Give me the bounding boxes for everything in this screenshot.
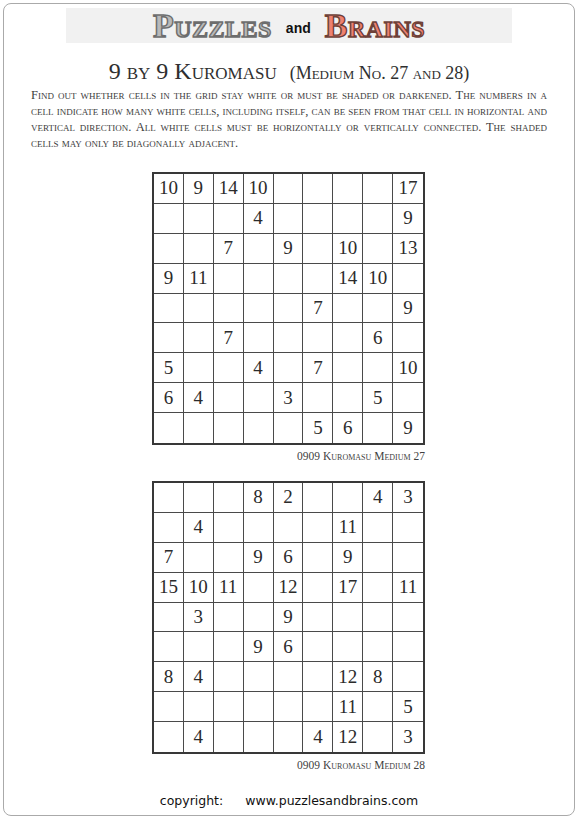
cell[interactable]: 4 [184,722,214,752]
cell[interactable] [184,234,214,264]
cell[interactable] [393,603,423,633]
cell[interactable] [363,204,393,234]
cell[interactable] [393,632,423,662]
cell[interactable] [244,513,274,543]
cell[interactable]: 4 [363,483,393,513]
footer: copyright: www.puzzlesandbrains.com [0,793,578,808]
cell[interactable]: 3 [274,383,304,413]
cell[interactable]: 17 [333,573,363,603]
cell[interactable] [214,603,244,633]
cell[interactable]: 11 [393,573,423,603]
cell[interactable]: 9 [393,294,423,324]
cell[interactable] [363,543,393,573]
cell[interactable]: 10 [333,234,363,264]
copyright-label: copyright: [160,793,223,808]
cell[interactable]: 6 [333,413,363,443]
cell[interactable] [214,483,244,513]
cell[interactable]: 8 [154,662,184,692]
website-link[interactable]: www.puzzlesandbrains.com [245,793,418,808]
cell[interactable] [154,294,184,324]
cell[interactable] [303,174,333,204]
cell[interactable]: 3 [393,483,423,513]
cell[interactable]: 12 [333,662,363,692]
cell[interactable] [154,323,184,353]
cell[interactable] [154,234,184,264]
cell[interactable]: 10 [184,573,214,603]
cell[interactable] [303,603,333,633]
cell[interactable]: 5 [303,413,333,443]
cell[interactable]: 5 [363,383,393,413]
cell[interactable] [154,603,184,633]
cell[interactable] [184,204,214,234]
cell[interactable] [154,722,184,752]
cell[interactable] [333,483,363,513]
cell[interactable]: 17 [393,174,423,204]
cell[interactable] [333,632,363,662]
cell[interactable]: 11 [214,573,244,603]
cell[interactable] [244,294,274,324]
cell[interactable] [214,353,244,383]
cell[interactable]: 11 [333,513,363,543]
kuromasu-grid-27: 1091410174979101391114107976547106435569 [152,172,425,445]
cell[interactable]: 5 [393,692,423,722]
cell[interactable]: 7 [303,294,333,324]
cell[interactable]: 6 [274,632,304,662]
cell[interactable] [363,513,393,543]
cell[interactable] [214,722,244,752]
kuromasu-grid-28: 8243411796915101112171139968412811544123 [152,481,425,754]
cell[interactable] [393,323,423,353]
cell[interactable]: 3 [184,603,214,633]
cell[interactable] [393,513,423,543]
cell[interactable]: 6 [363,323,393,353]
cell[interactable] [214,513,244,543]
cell[interactable] [274,353,304,383]
cell[interactable] [214,662,244,692]
cell[interactable] [333,204,363,234]
cell[interactable]: 7 [214,234,244,264]
cell[interactable]: 14 [333,264,363,294]
cell[interactable]: 7 [214,323,244,353]
cell[interactable]: 9 [274,234,304,264]
cell[interactable] [303,632,333,662]
cell[interactable] [303,204,333,234]
cell[interactable]: 11 [184,264,214,294]
instructions-text: Find out whether cells in the grid stay … [31,87,547,151]
cell[interactable] [363,413,393,443]
logo-puzzles: Puzzles [153,8,272,43]
cell[interactable] [363,692,393,722]
cell[interactable] [184,413,214,443]
cell[interactable]: 9 [393,204,423,234]
cell[interactable] [244,603,274,633]
cell[interactable] [274,264,304,294]
cell[interactable] [393,264,423,294]
puzzle-caption-27: 0909 Kuromasu Medium 27 [152,450,425,462]
cell[interactable] [214,413,244,443]
cell[interactable]: 3 [393,722,423,752]
cell[interactable] [303,573,333,603]
puzzle-medium-28: 8243411796915101112171139968412811544123… [152,481,425,771]
cell[interactable] [184,353,214,383]
cell[interactable]: 9 [274,603,304,633]
cell[interactable] [303,234,333,264]
cell[interactable]: 4 [244,353,274,383]
cell[interactable] [333,383,363,413]
cell[interactable]: 5 [154,353,184,383]
cell[interactable] [244,383,274,413]
cell[interactable]: 9 [184,174,214,204]
cell[interactable] [184,632,214,662]
cell[interactable] [274,323,304,353]
cell[interactable] [363,722,393,752]
cell[interactable] [333,174,363,204]
cell[interactable] [154,632,184,662]
cell[interactable] [303,662,333,692]
logo-brains: Brains [325,8,425,43]
cell[interactable]: 9 [244,543,274,573]
cell[interactable]: 10 [363,264,393,294]
cell[interactable]: 7 [303,353,333,383]
cell[interactable] [244,413,274,443]
cell[interactable] [214,692,244,722]
cell[interactable] [333,294,363,324]
cell[interactable] [244,573,274,603]
cell[interactable] [274,722,304,752]
cell[interactable] [244,692,274,722]
cell[interactable] [184,323,214,353]
cell[interactable]: 6 [154,383,184,413]
cell[interactable] [244,264,274,294]
cell[interactable] [274,174,304,204]
cell[interactable] [393,543,423,573]
cell[interactable] [214,204,244,234]
cell[interactable] [214,294,244,324]
cell[interactable]: 10 [244,174,274,204]
cell[interactable] [363,353,393,383]
cell[interactable] [184,692,214,722]
cell[interactable]: 4 [303,722,333,752]
cell[interactable] [333,603,363,633]
page-title: 9 by 9 Kuromasu (Medium No. 27 and 28) [0,50,578,87]
cell[interactable] [274,413,304,443]
cell[interactable] [303,383,333,413]
puzzle-caption-28: 0909 Kuromasu Medium 28 [152,759,425,771]
cell[interactable] [214,264,244,294]
cell[interactable] [214,543,244,573]
cell[interactable]: 8 [363,662,393,692]
cell[interactable] [154,413,184,443]
cell[interactable] [333,323,363,353]
cell[interactable] [363,294,393,324]
cell[interactable]: 4 [184,513,214,543]
cell[interactable]: 11 [333,692,363,722]
cell[interactable] [393,662,423,692]
cell[interactable] [303,543,333,573]
puzzle-medium-27: 1091410174979101391114107976547106435569… [152,172,425,462]
cell[interactable] [244,234,274,264]
cell[interactable] [363,573,393,603]
cell[interactable] [214,383,244,413]
logo-and: and [286,16,311,36]
cell[interactable] [274,662,304,692]
cell[interactable] [184,543,214,573]
cell[interactable]: 2 [274,483,304,513]
cell[interactable] [303,483,333,513]
cell[interactable]: 12 [274,573,304,603]
cell[interactable] [363,174,393,204]
cell[interactable] [303,692,333,722]
cell[interactable] [274,692,304,722]
cell[interactable] [363,632,393,662]
cell[interactable] [274,294,304,324]
cell[interactable] [303,264,333,294]
cell[interactable]: 12 [333,722,363,752]
cell[interactable] [303,513,333,543]
cell[interactable]: 6 [274,543,304,573]
cell[interactable] [303,323,333,353]
cell[interactable] [154,483,184,513]
cell[interactable] [154,204,184,234]
cell[interactable] [363,603,393,633]
cell[interactable]: 9 [154,264,184,294]
cell[interactable] [154,692,184,722]
cell[interactable] [154,513,184,543]
cell[interactable]: 14 [214,174,244,204]
cell[interactable] [184,483,214,513]
cell[interactable]: 7 [154,543,184,573]
title-main: 9 by 9 Kuromasu [109,58,277,84]
cell[interactable]: 4 [244,204,274,234]
cell[interactable] [244,722,274,752]
cell[interactable] [393,383,423,413]
cell[interactable]: 4 [184,662,214,692]
cell[interactable] [333,353,363,383]
cell[interactable] [363,234,393,264]
cell[interactable] [214,632,244,662]
logo-banner: Puzzles and Brains [66,8,512,43]
cell[interactable] [274,513,304,543]
cell[interactable] [184,294,214,324]
cell[interactable]: 15 [154,573,184,603]
cell[interactable]: 10 [393,353,423,383]
cell[interactable] [244,323,274,353]
cell[interactable]: 8 [244,483,274,513]
cell[interactable]: 10 [154,174,184,204]
cell[interactable]: 9 [393,413,423,443]
cell[interactable] [274,204,304,234]
cell[interactable]: 13 [393,234,423,264]
cell[interactable] [244,662,274,692]
cell[interactable]: 4 [184,383,214,413]
cell[interactable]: 9 [333,543,363,573]
cell[interactable]: 9 [244,632,274,662]
title-sub: (Medium No. 27 and 28) [290,63,470,83]
